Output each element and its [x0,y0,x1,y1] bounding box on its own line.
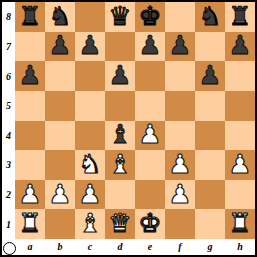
square-h4[interactable] [225,121,255,151]
file-label-c: c [75,239,105,254]
square-d5[interactable] [105,91,135,121]
square-d2[interactable] [105,180,135,210]
black-bishop: ♝ [108,121,131,147]
white-bishop: ♝ [108,151,131,177]
black-pawn: ♟ [168,32,191,58]
black-pawn: ♟ [138,32,161,58]
square-g6[interactable]: ♟ [195,61,225,91]
square-f8[interactable] [165,2,195,32]
square-d1[interactable]: ♛ [105,209,135,239]
square-g4[interactable] [195,121,225,151]
square-h3[interactable]: ♟ [225,150,255,180]
white-king: ♚ [138,210,161,236]
rank-label-7: 7 [2,32,15,62]
black-knight: ♞ [48,3,71,29]
white-pawn: ♟ [168,151,191,177]
square-e1[interactable]: ♚ [135,209,165,239]
square-g7[interactable] [195,32,225,62]
square-b4[interactable] [45,121,75,151]
square-a5[interactable] [15,91,45,121]
black-pawn: ♟ [48,32,71,58]
square-a6[interactable]: ♟ [15,61,45,91]
square-b5[interactable] [45,91,75,121]
black-rook: ♜ [228,3,251,29]
rank-label-8: 8 [2,2,15,32]
white-pawn: ♟ [228,151,251,177]
square-g2[interactable] [195,180,225,210]
white-pawn: ♟ [18,181,41,207]
file-label-f: f [165,239,195,254]
chess-diagram: 87654321 ♜♞♛♚♞♜♟♟♟♟♟♟♟♟♝♟♞♝♟♟♟♟♟♟♜♝♛♚♜ a… [0,0,257,257]
square-c6[interactable] [75,61,105,91]
square-e7[interactable]: ♟ [135,32,165,62]
file-label-b: b [45,239,75,254]
file-labels: abcdefgh [15,239,255,254]
file-label-g: g [195,239,225,254]
white-pawn: ♟ [138,121,161,147]
white-knight: ♞ [78,151,101,177]
white-pawn: ♟ [78,181,101,207]
rank-label-3: 3 [2,150,15,180]
square-a2[interactable]: ♟ [15,180,45,210]
square-h1[interactable]: ♜ [225,209,255,239]
square-e5[interactable] [135,91,165,121]
white-to-move-indicator [3,242,16,255]
square-b1[interactable] [45,209,75,239]
white-pawn: ♟ [168,181,191,207]
square-h2[interactable] [225,180,255,210]
black-knight: ♞ [198,3,221,29]
rank-label-2: 2 [2,180,15,210]
rank-label-4: 4 [2,121,15,151]
white-rook: ♜ [18,210,41,236]
black-pawn: ♟ [108,62,131,88]
square-g8[interactable]: ♞ [195,2,225,32]
square-b2[interactable]: ♟ [45,180,75,210]
file-label-a: a [15,239,45,254]
square-h5[interactable] [225,91,255,121]
white-rook: ♜ [228,210,251,236]
square-d3[interactable]: ♝ [105,150,135,180]
square-b6[interactable] [45,61,75,91]
square-a7[interactable] [15,32,45,62]
square-c5[interactable] [75,91,105,121]
square-b7[interactable]: ♟ [45,32,75,62]
square-d8[interactable]: ♛ [105,2,135,32]
rank-label-5: 5 [2,91,15,121]
rank-label-6: 6 [2,61,15,91]
square-c2[interactable]: ♟ [75,180,105,210]
file-label-e: e [135,239,165,254]
square-h6[interactable] [225,61,255,91]
square-a4[interactable] [15,121,45,151]
square-a1[interactable]: ♜ [15,209,45,239]
black-pawn: ♟ [78,32,101,58]
square-b3[interactable] [45,150,75,180]
square-f6[interactable] [165,61,195,91]
square-e3[interactable] [135,150,165,180]
square-c4[interactable] [75,121,105,151]
rank-label-1: 1 [2,209,15,239]
square-g1[interactable] [195,209,225,239]
black-pawn: ♟ [18,62,41,88]
white-queen: ♛ [108,210,131,236]
file-label-d: d [105,239,135,254]
square-f2[interactable]: ♟ [165,180,195,210]
square-c3[interactable]: ♞ [75,150,105,180]
black-queen: ♛ [108,3,131,29]
square-g3[interactable] [195,150,225,180]
square-e6[interactable] [135,61,165,91]
black-pawn: ♟ [228,32,251,58]
square-h7[interactable]: ♟ [225,32,255,62]
square-f3[interactable]: ♟ [165,150,195,180]
square-b8[interactable]: ♞ [45,2,75,32]
square-a8[interactable]: ♜ [15,2,45,32]
square-h8[interactable]: ♜ [225,2,255,32]
rank-labels: 87654321 [2,2,15,239]
square-e2[interactable] [135,180,165,210]
square-f1[interactable] [165,209,195,239]
black-pawn: ♟ [198,62,221,88]
white-pawn: ♟ [48,181,71,207]
square-f5[interactable] [165,91,195,121]
black-king: ♚ [138,3,161,29]
square-c8[interactable] [75,2,105,32]
square-g5[interactable] [195,91,225,121]
square-d7[interactable] [105,32,135,62]
square-c7[interactable]: ♟ [75,32,105,62]
chess-board: ♜♞♛♚♞♜♟♟♟♟♟♟♟♟♝♟♞♝♟♟♟♟♟♟♜♝♛♚♜ [15,2,255,239]
square-e8[interactable]: ♚ [135,2,165,32]
square-f4[interactable] [165,121,195,151]
square-c1[interactable]: ♝ [75,209,105,239]
file-label-h: h [225,239,255,254]
square-f7[interactable]: ♟ [165,32,195,62]
square-a3[interactable] [15,150,45,180]
square-d6[interactable]: ♟ [105,61,135,91]
white-bishop: ♝ [78,210,101,236]
square-e4[interactable]: ♟ [135,121,165,151]
square-d4[interactable]: ♝ [105,121,135,151]
black-rook: ♜ [18,3,41,29]
